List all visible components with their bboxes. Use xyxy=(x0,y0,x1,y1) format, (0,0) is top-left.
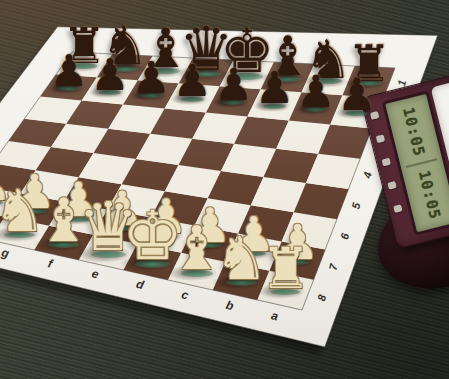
clock-time-left: 10:05 xyxy=(399,106,429,159)
clock-time-right: 10:05 xyxy=(415,169,445,222)
clock-button xyxy=(387,181,396,190)
clock-button xyxy=(370,111,379,120)
board-sheen xyxy=(0,27,438,347)
chess-board: hgfedcba12345678 xyxy=(0,0,449,379)
photo-scene: hgfedcba12345678 10:05 10:05 ♜♞♝♛♚♝♞♜♟♟♟… xyxy=(0,0,449,379)
clock-button xyxy=(382,158,391,167)
clock-button xyxy=(393,204,402,213)
clock-display-divider xyxy=(406,158,437,168)
clock-button xyxy=(376,134,385,143)
